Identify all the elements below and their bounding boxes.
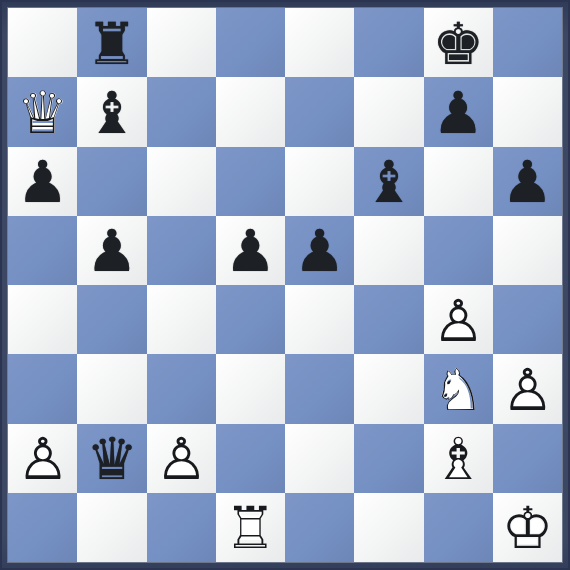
white-pawn-outline-glyph: ♙: [493, 354, 562, 423]
white-queen-outline-glyph: ♕: [8, 77, 77, 146]
square-g5[interactable]: [424, 216, 493, 285]
square-d4[interactable]: [216, 285, 285, 354]
square-c1[interactable]: [147, 493, 216, 562]
square-e8[interactable]: [285, 8, 354, 77]
square-b5[interactable]: ♟: [77, 216, 146, 285]
square-a7[interactable]: ♛♕: [8, 77, 77, 146]
black-pawn-glyph: ♟: [285, 216, 354, 285]
white-pawn-outline-glyph: ♙: [147, 424, 216, 493]
black-king[interactable]: ♚: [424, 8, 493, 77]
black-pawn[interactable]: ♟: [216, 216, 285, 285]
square-e2[interactable]: [285, 424, 354, 493]
square-c7[interactable]: [147, 77, 216, 146]
square-b4[interactable]: [77, 285, 146, 354]
white-pawn[interactable]: ♟♙: [147, 424, 216, 493]
square-c8[interactable]: [147, 8, 216, 77]
square-h1[interactable]: ♚♔: [493, 493, 562, 562]
white-king[interactable]: ♚♔: [493, 493, 562, 562]
square-h8[interactable]: [493, 8, 562, 77]
square-a3[interactable]: [8, 354, 77, 423]
square-d3[interactable]: [216, 354, 285, 423]
square-h5[interactable]: [493, 216, 562, 285]
square-g4[interactable]: ♟♙: [424, 285, 493, 354]
black-pawn-glyph: ♟: [216, 216, 285, 285]
white-rook[interactable]: ♜♖: [216, 493, 285, 562]
white-bishop-outline-glyph: ♗: [424, 424, 493, 493]
square-f7[interactable]: [354, 77, 423, 146]
black-pawn[interactable]: ♟: [8, 147, 77, 216]
square-g6[interactable]: [424, 147, 493, 216]
square-e6[interactable]: [285, 147, 354, 216]
black-pawn-glyph: ♟: [77, 216, 146, 285]
square-g8[interactable]: ♚: [424, 8, 493, 77]
white-king-outline-glyph: ♔: [493, 493, 562, 562]
square-c2[interactable]: ♟♙: [147, 424, 216, 493]
square-a4[interactable]: [8, 285, 77, 354]
square-b7[interactable]: ♝: [77, 77, 146, 146]
square-c5[interactable]: [147, 216, 216, 285]
square-d8[interactable]: [216, 8, 285, 77]
white-knight-outline-glyph: ♘: [424, 354, 493, 423]
square-g1[interactable]: [424, 493, 493, 562]
square-f1[interactable]: [354, 493, 423, 562]
square-b2[interactable]: ♛: [77, 424, 146, 493]
square-g2[interactable]: ♝♗: [424, 424, 493, 493]
square-d5[interactable]: ♟: [216, 216, 285, 285]
white-rook-outline-glyph: ♖: [216, 493, 285, 562]
square-a1[interactable]: [8, 493, 77, 562]
black-queen-glyph: ♛: [77, 424, 146, 493]
black-pawn-glyph: ♟: [424, 77, 493, 146]
black-bishop-glyph: ♝: [354, 147, 423, 216]
black-pawn[interactable]: ♟: [285, 216, 354, 285]
square-d6[interactable]: [216, 147, 285, 216]
white-queen[interactable]: ♛♕: [8, 77, 77, 146]
square-h2[interactable]: [493, 424, 562, 493]
square-b3[interactable]: [77, 354, 146, 423]
black-pawn[interactable]: ♟: [493, 147, 562, 216]
square-a5[interactable]: [8, 216, 77, 285]
square-b1[interactable]: [77, 493, 146, 562]
black-rook-glyph: ♜: [77, 8, 146, 77]
board-frame: ♜♚♛♕♝♟♟♝♟♟♟♟♟♙♞♘♟♙♟♙♛♟♙♝♗♜♖♚♔: [0, 0, 570, 570]
black-bishop[interactable]: ♝: [354, 147, 423, 216]
square-f6[interactable]: ♝: [354, 147, 423, 216]
square-a8[interactable]: [8, 8, 77, 77]
square-e5[interactable]: ♟: [285, 216, 354, 285]
square-c4[interactable]: [147, 285, 216, 354]
square-h6[interactable]: ♟: [493, 147, 562, 216]
square-c3[interactable]: [147, 354, 216, 423]
black-pawn[interactable]: ♟: [424, 77, 493, 146]
black-rook[interactable]: ♜: [77, 8, 146, 77]
square-e7[interactable]: [285, 77, 354, 146]
square-d1[interactable]: ♜♖: [216, 493, 285, 562]
black-bishop[interactable]: ♝: [77, 77, 146, 146]
square-e1[interactable]: [285, 493, 354, 562]
black-bishop-glyph: ♝: [77, 77, 146, 146]
square-g7[interactable]: ♟: [424, 77, 493, 146]
square-b6[interactable]: [77, 147, 146, 216]
square-a6[interactable]: ♟: [8, 147, 77, 216]
chess-board: ♜♚♛♕♝♟♟♝♟♟♟♟♟♙♞♘♟♙♟♙♛♟♙♝♗♜♖♚♔: [8, 8, 562, 562]
square-f5[interactable]: [354, 216, 423, 285]
black-pawn-glyph: ♟: [493, 147, 562, 216]
black-pawn-glyph: ♟: [8, 147, 77, 216]
white-pawn[interactable]: ♟♙: [8, 424, 77, 493]
white-pawn[interactable]: ♟♙: [493, 354, 562, 423]
white-knight[interactable]: ♞♘: [424, 354, 493, 423]
black-king-glyph: ♚: [424, 8, 493, 77]
square-f3[interactable]: [354, 354, 423, 423]
black-queen[interactable]: ♛: [77, 424, 146, 493]
square-e3[interactable]: [285, 354, 354, 423]
square-f2[interactable]: [354, 424, 423, 493]
white-pawn[interactable]: ♟♙: [424, 285, 493, 354]
square-e4[interactable]: [285, 285, 354, 354]
square-f4[interactable]: [354, 285, 423, 354]
square-b8[interactable]: ♜: [77, 8, 146, 77]
square-h3[interactable]: ♟♙: [493, 354, 562, 423]
square-h4[interactable]: [493, 285, 562, 354]
square-h7[interactable]: [493, 77, 562, 146]
white-bishop[interactable]: ♝♗: [424, 424, 493, 493]
white-pawn-outline-glyph: ♙: [8, 424, 77, 493]
white-pawn-outline-glyph: ♙: [424, 285, 493, 354]
square-f8[interactable]: [354, 8, 423, 77]
square-g3[interactable]: ♞♘: [424, 354, 493, 423]
square-c6[interactable]: [147, 147, 216, 216]
square-d2[interactable]: [216, 424, 285, 493]
black-pawn[interactable]: ♟: [77, 216, 146, 285]
square-a2[interactable]: ♟♙: [8, 424, 77, 493]
square-d7[interactable]: [216, 77, 285, 146]
